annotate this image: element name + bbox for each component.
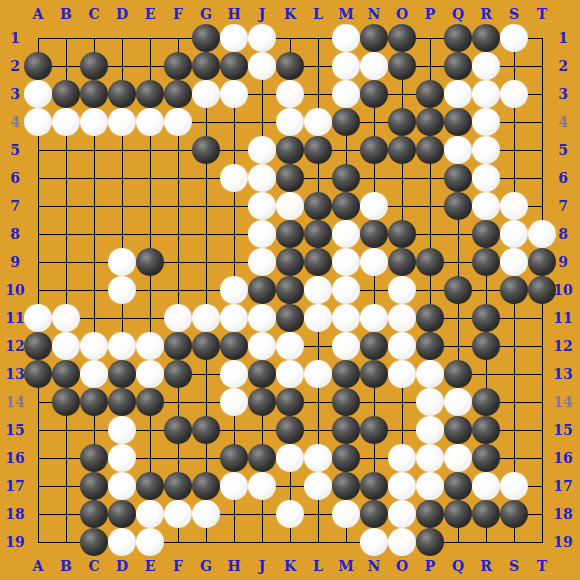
- column-label: Q: [448, 6, 468, 22]
- black-stone: ●: [360, 80, 388, 108]
- row-label: 14: [1, 394, 29, 410]
- black-stone: ●: [248, 360, 276, 388]
- black-stone: ●: [276, 220, 304, 248]
- row-label: 2: [549, 58, 577, 74]
- black-stone: ●: [276, 388, 304, 416]
- white-stone: ●: [472, 80, 500, 108]
- white-stone: ●: [500, 80, 528, 108]
- black-stone: ●: [444, 416, 472, 444]
- white-stone: ●: [388, 500, 416, 528]
- black-stone: ●: [136, 472, 164, 500]
- white-stone: ●: [472, 136, 500, 164]
- black-stone: ●: [360, 416, 388, 444]
- black-stone: ●: [444, 500, 472, 528]
- black-stone: ●: [472, 416, 500, 444]
- row-label: 11: [549, 310, 577, 326]
- row-label: 7: [1, 198, 29, 214]
- white-stone: ●: [136, 108, 164, 136]
- white-stone: ●: [304, 304, 332, 332]
- white-stone: ●: [192, 80, 220, 108]
- black-stone: ●: [192, 136, 220, 164]
- white-stone: ●: [248, 192, 276, 220]
- white-stone: ●: [388, 332, 416, 360]
- white-stone: ●: [248, 136, 276, 164]
- black-stone: ●: [192, 472, 220, 500]
- white-stone: ●: [416, 416, 444, 444]
- row-label: 5: [549, 142, 577, 158]
- white-stone: ●: [360, 304, 388, 332]
- black-stone: ●: [52, 388, 80, 416]
- black-stone: ●: [52, 80, 80, 108]
- black-stone: ●: [276, 304, 304, 332]
- column-label: O: [392, 6, 412, 22]
- row-label: 7: [549, 198, 577, 214]
- column-label: H: [224, 6, 244, 22]
- column-label: P: [420, 558, 440, 574]
- white-stone: ●: [80, 108, 108, 136]
- white-stone: ●: [80, 360, 108, 388]
- black-stone: ●: [136, 80, 164, 108]
- black-stone: ●: [80, 528, 108, 556]
- black-stone: ●: [248, 276, 276, 304]
- black-stone: ●: [360, 136, 388, 164]
- white-stone: ●: [416, 388, 444, 416]
- black-stone: ●: [276, 52, 304, 80]
- white-stone: ●: [248, 332, 276, 360]
- white-stone: ●: [388, 528, 416, 556]
- black-stone: ●: [220, 52, 248, 80]
- column-label: K: [280, 558, 300, 574]
- black-stone: ●: [444, 472, 472, 500]
- white-stone: ●: [332, 52, 360, 80]
- black-stone: ●: [332, 444, 360, 472]
- column-label: T: [532, 558, 552, 574]
- black-stone: ●: [444, 24, 472, 52]
- black-stone: ●: [80, 472, 108, 500]
- black-stone: ●: [304, 220, 332, 248]
- column-label: O: [392, 558, 412, 574]
- white-stone: ●: [388, 472, 416, 500]
- column-label: N: [364, 6, 384, 22]
- black-stone: ●: [360, 332, 388, 360]
- row-label: 1: [549, 30, 577, 46]
- black-stone: ●: [136, 248, 164, 276]
- black-stone: ●: [416, 248, 444, 276]
- white-stone: ●: [304, 360, 332, 388]
- black-stone: ●: [192, 52, 220, 80]
- white-stone: ●: [136, 332, 164, 360]
- white-stone: ●: [24, 304, 52, 332]
- white-stone: ●: [500, 192, 528, 220]
- white-stone: ●: [388, 304, 416, 332]
- white-stone: ●: [220, 276, 248, 304]
- white-stone: ●: [304, 276, 332, 304]
- white-stone: ●: [220, 304, 248, 332]
- black-stone: ●: [164, 52, 192, 80]
- column-label: R: [476, 6, 496, 22]
- white-stone: ●: [248, 304, 276, 332]
- white-stone: ●: [472, 472, 500, 500]
- black-stone: ●: [416, 304, 444, 332]
- row-label: 1: [1, 30, 29, 46]
- column-label: F: [168, 558, 188, 574]
- black-stone: ●: [416, 136, 444, 164]
- black-stone: ●: [416, 500, 444, 528]
- white-stone: ●: [108, 276, 136, 304]
- row-label: 15: [549, 422, 577, 438]
- column-label: B: [56, 6, 76, 22]
- black-stone: ●: [276, 276, 304, 304]
- white-stone: ●: [276, 332, 304, 360]
- black-stone: ●: [472, 332, 500, 360]
- white-stone: ●: [472, 52, 500, 80]
- black-stone: ●: [444, 276, 472, 304]
- white-stone: ●: [108, 332, 136, 360]
- black-stone: ●: [472, 500, 500, 528]
- white-stone: ●: [304, 472, 332, 500]
- black-stone: ●: [360, 500, 388, 528]
- column-label: K: [280, 6, 300, 22]
- black-stone: ●: [500, 276, 528, 304]
- black-stone: ●: [276, 136, 304, 164]
- white-stone: ●: [52, 108, 80, 136]
- black-stone: ●: [360, 24, 388, 52]
- column-label: P: [420, 6, 440, 22]
- column-label: D: [112, 558, 132, 574]
- column-label: F: [168, 6, 188, 22]
- row-label: 16: [1, 450, 29, 466]
- black-stone: ●: [80, 444, 108, 472]
- white-stone: ●: [80, 332, 108, 360]
- white-stone: ●: [360, 192, 388, 220]
- white-stone: ●: [332, 248, 360, 276]
- white-stone: ●: [332, 332, 360, 360]
- row-label: 16: [549, 450, 577, 466]
- white-stone: ●: [276, 108, 304, 136]
- white-stone: ●: [416, 360, 444, 388]
- white-stone: ●: [332, 304, 360, 332]
- black-stone: ●: [276, 164, 304, 192]
- white-stone: ●: [388, 360, 416, 388]
- column-label: Q: [448, 558, 468, 574]
- column-label: L: [308, 6, 328, 22]
- black-stone: ●: [108, 80, 136, 108]
- column-label: H: [224, 558, 244, 574]
- black-stone: ●: [164, 472, 192, 500]
- black-stone: ●: [444, 360, 472, 388]
- row-label: 6: [1, 170, 29, 186]
- row-label: 10: [1, 282, 29, 298]
- black-stone: ●: [472, 248, 500, 276]
- black-stone: ●: [388, 220, 416, 248]
- black-stone: ●: [80, 80, 108, 108]
- white-stone: ●: [136, 360, 164, 388]
- black-stone: ●: [192, 416, 220, 444]
- column-label: E: [140, 558, 160, 574]
- black-stone: ●: [416, 108, 444, 136]
- white-stone: ●: [248, 24, 276, 52]
- white-stone: ●: [500, 220, 528, 248]
- white-stone: ●: [108, 528, 136, 556]
- column-label: A: [28, 6, 48, 22]
- white-stone: ●: [500, 24, 528, 52]
- white-stone: ●: [528, 220, 556, 248]
- white-stone: ●: [108, 472, 136, 500]
- white-stone: ●: [164, 500, 192, 528]
- black-stone: ●: [360, 472, 388, 500]
- white-stone: ●: [332, 276, 360, 304]
- white-stone: ●: [500, 248, 528, 276]
- white-stone: ●: [220, 388, 248, 416]
- black-stone: ●: [164, 416, 192, 444]
- black-stone: ●: [304, 136, 332, 164]
- white-stone: ●: [220, 24, 248, 52]
- black-stone: ●: [108, 388, 136, 416]
- row-label: 17: [1, 478, 29, 494]
- row-label: 14: [549, 394, 577, 410]
- black-stone: ●: [164, 332, 192, 360]
- black-stone: ●: [24, 332, 52, 360]
- black-stone: ●: [332, 164, 360, 192]
- row-label: 18: [549, 506, 577, 522]
- black-stone: ●: [192, 24, 220, 52]
- white-stone: ●: [220, 360, 248, 388]
- black-stone: ●: [164, 80, 192, 108]
- black-stone: ●: [360, 360, 388, 388]
- black-stone: ●: [444, 164, 472, 192]
- black-stone: ●: [332, 416, 360, 444]
- white-stone: ●: [108, 248, 136, 276]
- black-stone: ●: [248, 444, 276, 472]
- black-stone: ●: [276, 248, 304, 276]
- column-label: M: [336, 558, 356, 574]
- white-stone: ●: [220, 164, 248, 192]
- row-label: 5: [1, 142, 29, 158]
- white-stone: ●: [248, 220, 276, 248]
- column-label: T: [532, 6, 552, 22]
- white-stone: ●: [444, 444, 472, 472]
- black-stone: ●: [304, 192, 332, 220]
- white-stone: ●: [472, 164, 500, 192]
- row-label: 17: [549, 478, 577, 494]
- black-stone: ●: [528, 248, 556, 276]
- white-stone: ●: [220, 472, 248, 500]
- white-stone: ●: [444, 388, 472, 416]
- black-stone: ●: [416, 332, 444, 360]
- white-stone: ●: [472, 192, 500, 220]
- black-stone: ●: [332, 360, 360, 388]
- black-stone: ●: [80, 500, 108, 528]
- white-stone: ●: [276, 500, 304, 528]
- column-label: G: [196, 558, 216, 574]
- black-stone: ●: [24, 52, 52, 80]
- column-label: A: [28, 558, 48, 574]
- black-stone: ●: [80, 388, 108, 416]
- black-stone: ●: [388, 248, 416, 276]
- black-stone: ●: [444, 108, 472, 136]
- row-label: 19: [1, 534, 29, 550]
- column-label: C: [84, 558, 104, 574]
- black-stone: ●: [472, 444, 500, 472]
- white-stone: ●: [304, 444, 332, 472]
- column-label: G: [196, 6, 216, 22]
- white-stone: ●: [248, 472, 276, 500]
- black-stone: ●: [332, 108, 360, 136]
- white-stone: ●: [248, 52, 276, 80]
- row-label: 13: [549, 366, 577, 382]
- column-label: N: [364, 558, 384, 574]
- white-stone: ●: [332, 500, 360, 528]
- column-label: C: [84, 6, 104, 22]
- column-label: J: [252, 558, 272, 574]
- column-label: E: [140, 6, 160, 22]
- black-stone: ●: [248, 388, 276, 416]
- black-stone: ●: [388, 136, 416, 164]
- black-stone: ●: [136, 388, 164, 416]
- white-stone: ●: [192, 500, 220, 528]
- black-stone: ●: [332, 472, 360, 500]
- black-stone: ●: [388, 24, 416, 52]
- white-stone: ●: [164, 304, 192, 332]
- column-label: J: [252, 6, 272, 22]
- white-stone: ●: [248, 164, 276, 192]
- black-stone: ●: [388, 108, 416, 136]
- white-stone: ●: [248, 248, 276, 276]
- white-stone: ●: [360, 528, 388, 556]
- black-stone: ●: [472, 304, 500, 332]
- black-stone: ●: [164, 360, 192, 388]
- white-stone: ●: [108, 416, 136, 444]
- white-stone: ●: [416, 444, 444, 472]
- white-stone: ●: [416, 472, 444, 500]
- row-label: 3: [549, 86, 577, 102]
- white-stone: ●: [24, 80, 52, 108]
- white-stone: ●: [52, 304, 80, 332]
- white-stone: ●: [444, 80, 472, 108]
- white-stone: ●: [472, 108, 500, 136]
- black-stone: ●: [276, 416, 304, 444]
- black-stone: ●: [52, 360, 80, 388]
- black-stone: ●: [416, 80, 444, 108]
- column-label: M: [336, 6, 356, 22]
- black-stone: ●: [360, 220, 388, 248]
- go-board[interactable]: ABCDEFGHJKLMNOPQRST ABCDEFGHJKLMNOPQRST …: [0, 0, 580, 580]
- black-stone: ●: [80, 52, 108, 80]
- white-stone: ●: [360, 248, 388, 276]
- white-stone: ●: [304, 108, 332, 136]
- white-stone: ●: [332, 80, 360, 108]
- black-stone: ●: [108, 360, 136, 388]
- column-label: D: [112, 6, 132, 22]
- white-stone: ●: [136, 528, 164, 556]
- black-stone: ●: [220, 444, 248, 472]
- white-stone: ●: [136, 500, 164, 528]
- black-stone: ●: [108, 500, 136, 528]
- white-stone: ●: [388, 444, 416, 472]
- black-stone: ●: [444, 52, 472, 80]
- white-stone: ●: [332, 220, 360, 248]
- white-stone: ●: [108, 444, 136, 472]
- white-stone: ●: [164, 108, 192, 136]
- white-stone: ●: [24, 108, 52, 136]
- white-stone: ●: [220, 80, 248, 108]
- black-stone: ●: [192, 332, 220, 360]
- black-stone: ●: [500, 500, 528, 528]
- black-stone: ●: [24, 360, 52, 388]
- white-stone: ●: [276, 192, 304, 220]
- white-stone: ●: [108, 108, 136, 136]
- row-label: 4: [549, 114, 577, 130]
- black-stone: ●: [416, 528, 444, 556]
- column-label: B: [56, 558, 76, 574]
- row-label: 18: [1, 506, 29, 522]
- column-label: L: [308, 558, 328, 574]
- black-stone: ●: [220, 332, 248, 360]
- white-stone: ●: [52, 332, 80, 360]
- black-stone: ●: [472, 220, 500, 248]
- white-stone: ●: [276, 80, 304, 108]
- black-stone: ●: [304, 248, 332, 276]
- black-stone: ●: [388, 52, 416, 80]
- row-label: 8: [1, 226, 29, 242]
- white-stone: ●: [192, 304, 220, 332]
- white-stone: ●: [276, 360, 304, 388]
- black-stone: ●: [332, 192, 360, 220]
- black-stone: ●: [472, 24, 500, 52]
- row-label: 12: [549, 338, 577, 354]
- row-label: 15: [1, 422, 29, 438]
- white-stone: ●: [360, 52, 388, 80]
- column-label: R: [476, 558, 496, 574]
- column-label: S: [504, 558, 524, 574]
- white-stone: ●: [444, 136, 472, 164]
- row-label: 19: [549, 534, 577, 550]
- white-stone: ●: [388, 276, 416, 304]
- row-label: 6: [549, 170, 577, 186]
- column-label: S: [504, 6, 524, 22]
- white-stone: ●: [332, 24, 360, 52]
- row-label: 9: [1, 254, 29, 270]
- white-stone: ●: [500, 472, 528, 500]
- black-stone: ●: [528, 276, 556, 304]
- black-stone: ●: [444, 192, 472, 220]
- black-stone: ●: [472, 388, 500, 416]
- white-stone: ●: [276, 444, 304, 472]
- black-stone: ●: [332, 388, 360, 416]
